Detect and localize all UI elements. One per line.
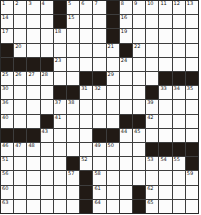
cell-r5c5[interactable]: 23 (54, 58, 66, 71)
cell-r11c5[interactable] (54, 143, 66, 156)
cell-r11c1[interactable]: 46 (1, 143, 13, 156)
black-cell-r14c11 (133, 186, 145, 199)
cell-r14c12[interactable]: 62 (146, 186, 158, 199)
cell-r9c3[interactable] (27, 115, 39, 128)
cell-r5c6[interactable] (67, 58, 79, 71)
cell-r1c1[interactable]: 1 (1, 1, 13, 14)
cell-r9c14[interactable] (173, 115, 185, 128)
crossword-grid: 1234567891011121314151617181920212223242… (0, 0, 199, 214)
clue-number-11: 11 (160, 1, 166, 6)
cell-r8c7[interactable] (80, 100, 92, 113)
cell-r1c3[interactable]: 3 (27, 1, 39, 14)
cell-r5c14[interactable] (173, 58, 185, 71)
clue-number-34: 34 (174, 86, 180, 91)
black-cell-r3c9 (107, 29, 119, 42)
clue-number-1: 1 (2, 1, 5, 6)
cell-r13c1[interactable]: 56 (1, 171, 13, 184)
cell-r12c12[interactable]: 53 (146, 157, 158, 170)
clue-number-45: 45 (134, 129, 140, 134)
clue-number-27: 27 (28, 72, 34, 77)
cell-r1c6[interactable]: 5 (67, 1, 79, 14)
clue-number-16: 16 (121, 15, 127, 20)
cell-r2c15[interactable] (186, 15, 198, 28)
cell-r14c9[interactable] (107, 186, 119, 199)
cell-r2c7[interactable] (80, 15, 92, 28)
cell-r2c8[interactable] (93, 15, 105, 28)
clue-number-6: 6 (81, 1, 84, 6)
cell-r12c14[interactable]: 55 (173, 157, 185, 170)
cell-r2c11[interactable] (133, 15, 145, 28)
cell-r10c10[interactable]: 44 (120, 129, 132, 142)
cell-r13c6[interactable]: 57 (67, 171, 79, 184)
black-cell-r6c15 (186, 72, 198, 85)
clue-number-24: 24 (121, 58, 127, 63)
cell-r6c6[interactable] (67, 72, 79, 85)
cell-r13c2[interactable] (14, 171, 26, 184)
cell-r5c10[interactable]: 24 (120, 58, 132, 71)
cell-r10c14[interactable] (173, 129, 185, 142)
clue-number-43: 43 (42, 129, 48, 134)
cell-r10c6[interactable] (67, 129, 79, 142)
cell-r12c5[interactable] (54, 157, 66, 170)
cell-r2c2[interactable] (14, 15, 26, 28)
black-cell-r5c4 (41, 58, 53, 71)
cell-r8c4[interactable] (41, 100, 53, 113)
cell-r4c3[interactable] (27, 44, 39, 57)
cell-r15c9[interactable] (107, 200, 119, 213)
cell-r1c14[interactable]: 12 (173, 1, 185, 14)
cell-r12c11[interactable] (133, 157, 145, 170)
cell-r12c3[interactable] (27, 157, 39, 170)
cell-r7c3[interactable] (27, 86, 39, 99)
cell-r13c10[interactable] (120, 171, 132, 184)
cell-r4c4[interactable] (41, 44, 53, 57)
clue-number-54: 54 (160, 157, 166, 162)
cell-r7c13[interactable]: 33 (159, 86, 171, 99)
clue-number-14: 14 (2, 15, 8, 20)
cell-r14c2[interactable] (14, 186, 26, 199)
cell-r1c13[interactable]: 11 (159, 1, 171, 14)
clue-number-3: 3 (28, 1, 31, 6)
black-cell-r12c15 (186, 157, 198, 170)
cell-r2c4[interactable] (41, 15, 53, 28)
cell-r8c10[interactable] (120, 100, 132, 113)
cell-r2c14[interactable] (173, 15, 185, 28)
cell-r3c8[interactable] (93, 29, 105, 42)
cell-r7c14[interactable]: 34 (173, 86, 185, 99)
cell-r4c12[interactable] (146, 44, 158, 57)
clue-number-4: 4 (42, 1, 45, 6)
cell-r15c2[interactable] (14, 200, 26, 213)
cell-r12c4[interactable] (41, 157, 53, 170)
cell-r3c6[interactable] (67, 29, 79, 42)
cell-r3c5[interactable]: 18 (54, 29, 66, 42)
cell-r9c8[interactable] (93, 115, 105, 128)
clue-number-17: 17 (2, 29, 8, 34)
cell-r15c14[interactable] (173, 200, 185, 213)
black-cell-r6c13 (159, 72, 171, 85)
cell-r7c10[interactable] (120, 86, 132, 99)
cell-r11c6[interactable] (67, 143, 79, 156)
cell-r13c4[interactable] (41, 171, 53, 184)
cell-r13c8[interactable]: 58 (93, 171, 105, 184)
black-cell-r11c12 (146, 143, 158, 156)
black-cell-r4c10 (120, 44, 132, 57)
crossword-screenshot: 1234567891011121314151617181920212223242… (0, 0, 201, 215)
clue-number-8: 8 (121, 1, 124, 6)
cell-r8c1[interactable]: 36 (1, 100, 13, 113)
black-cell-r6c14 (173, 72, 185, 85)
cell-r9c12[interactable]: 42 (146, 115, 158, 128)
clue-number-60: 60 (2, 186, 8, 191)
cell-r13c9[interactable] (107, 171, 119, 184)
cell-r15c10[interactable] (120, 200, 132, 213)
cell-r1c11[interactable]: 9 (133, 1, 145, 14)
cell-r14c3[interactable] (27, 186, 39, 199)
black-cell-r2c9 (107, 15, 119, 28)
cell-r9c7[interactable] (80, 115, 92, 128)
cell-r4c2[interactable]: 20 (14, 44, 26, 57)
cell-r10c12[interactable] (146, 129, 158, 142)
black-cell-r10c8 (93, 129, 105, 142)
cell-r8c3[interactable] (27, 100, 39, 113)
cell-r7c1[interactable]: 30 (1, 86, 13, 99)
cell-r7c7[interactable]: 31 (80, 86, 92, 99)
cell-r3c2[interactable] (14, 29, 26, 42)
clue-number-10: 10 (147, 1, 153, 6)
cell-r14c10[interactable] (120, 186, 132, 199)
cell-r12c1[interactable]: 51 (1, 157, 13, 170)
cell-r7c11[interactable] (133, 86, 145, 99)
cell-r12c2[interactable] (14, 157, 26, 170)
cell-r9c1[interactable]: 40 (1, 115, 13, 128)
clue-number-56: 56 (2, 171, 8, 176)
cell-r2c10[interactable]: 16 (120, 15, 132, 28)
clue-number-52: 52 (81, 157, 87, 162)
cell-r11c11[interactable] (133, 143, 145, 156)
cell-r13c14[interactable] (173, 171, 185, 184)
cell-r15c5[interactable] (54, 200, 66, 213)
cell-r5c13[interactable] (159, 58, 171, 71)
clue-number-57: 57 (68, 171, 74, 176)
cell-r15c8[interactable]: 64 (93, 200, 105, 213)
cell-r1c8[interactable]: 7 (93, 1, 105, 14)
cell-r13c5[interactable] (54, 171, 66, 184)
black-cell-r7c5 (54, 86, 66, 99)
clue-number-19: 19 (121, 29, 127, 34)
clue-number-39: 39 (147, 100, 153, 105)
clue-number-49: 49 (94, 143, 100, 148)
cell-r8c15[interactable] (186, 100, 198, 113)
clue-number-33: 33 (160, 86, 166, 91)
cell-r7c2[interactable] (14, 86, 26, 99)
cell-r13c15[interactable]: 59 (186, 171, 198, 184)
cell-r14c13[interactable] (159, 186, 171, 199)
cell-r15c13[interactable] (159, 200, 171, 213)
cell-r3c11[interactable] (133, 29, 145, 42)
cell-r2c13[interactable] (159, 15, 171, 28)
clue-number-15: 15 (68, 15, 74, 20)
cell-r14c5[interactable] (54, 186, 66, 199)
clue-number-28: 28 (42, 72, 48, 77)
black-cell-r11c13 (159, 143, 171, 156)
clue-number-31: 31 (81, 86, 87, 91)
cell-r8c11[interactable] (133, 100, 145, 113)
clue-number-59: 59 (187, 171, 193, 176)
cell-r8c9[interactable] (107, 100, 119, 113)
clue-number-7: 7 (94, 1, 97, 6)
clue-number-25: 25 (2, 72, 8, 77)
cell-r6c4[interactable]: 28 (41, 72, 53, 85)
cell-r7c4[interactable] (41, 86, 53, 99)
cell-r15c12[interactable]: 65 (146, 200, 158, 213)
cell-r3c14[interactable] (173, 29, 185, 42)
cell-r10c4[interactable]: 43 (41, 129, 53, 142)
cell-r5c15[interactable] (186, 58, 198, 71)
cell-r11c4[interactable] (41, 143, 53, 156)
clue-number-55: 55 (174, 157, 180, 162)
cell-r6c5[interactable] (54, 72, 66, 85)
clue-number-58: 58 (94, 171, 100, 176)
cell-r3c4[interactable] (41, 29, 53, 42)
black-cell-r1c9 (107, 1, 119, 14)
clue-number-29: 29 (108, 72, 114, 77)
cell-r14c15[interactable] (186, 186, 198, 199)
cell-r1c10[interactable]: 8 (120, 1, 132, 14)
cell-r3c3[interactable] (27, 29, 39, 42)
clue-number-32: 32 (94, 86, 100, 91)
black-cell-r6c8 (93, 72, 105, 85)
clue-number-50: 50 (108, 143, 114, 148)
cell-r5c12[interactable] (146, 58, 158, 71)
clue-number-22: 22 (134, 44, 140, 49)
black-cell-r10c1 (1, 129, 13, 142)
cell-r6c10[interactable] (120, 72, 132, 85)
cell-r6c9[interactable]: 29 (107, 72, 119, 85)
cell-r4c15[interactable] (186, 44, 198, 57)
clue-number-61: 61 (94, 186, 100, 191)
black-cell-r13c7 (80, 171, 92, 184)
clue-number-47: 47 (15, 143, 21, 148)
cell-r2c3[interactable] (27, 15, 39, 28)
clue-number-13: 13 (187, 1, 193, 6)
cell-r12c10[interactable] (120, 157, 132, 170)
cell-r13c11[interactable] (133, 171, 145, 184)
cell-r4c9[interactable]: 21 (107, 44, 119, 57)
clue-number-44: 44 (121, 129, 127, 134)
black-cell-r14c7 (80, 186, 92, 199)
cell-r5c7[interactable] (80, 58, 92, 71)
clue-number-26: 26 (15, 72, 21, 77)
cell-r15c4[interactable] (41, 200, 53, 213)
cell-r12c9[interactable] (107, 157, 119, 170)
cell-r7c8[interactable]: 32 (93, 86, 105, 99)
cell-r14c14[interactable] (173, 186, 185, 199)
black-cell-r11c14 (173, 143, 185, 156)
black-cell-r5c3 (27, 58, 39, 71)
clue-number-41: 41 (55, 115, 61, 120)
black-cell-r12c6 (67, 157, 79, 170)
cell-r15c3[interactable] (27, 200, 39, 213)
cell-r15c1[interactable]: 63 (1, 200, 13, 213)
cell-r6c11[interactable] (133, 72, 145, 85)
cell-r8c2[interactable] (14, 100, 26, 113)
black-cell-r7c6 (67, 86, 79, 99)
cell-r13c12[interactable] (146, 171, 158, 184)
clue-number-48: 48 (28, 143, 34, 148)
cell-r10c11[interactable]: 45 (133, 129, 145, 142)
cell-r4c13[interactable] (159, 44, 171, 57)
cell-r1c4[interactable]: 4 (41, 1, 53, 14)
black-cell-r2c5 (54, 15, 66, 28)
black-cell-r4c1 (1, 44, 13, 57)
clue-number-2: 2 (15, 1, 18, 6)
cell-r7c15[interactable]: 35 (186, 86, 198, 99)
cell-r8c6[interactable]: 38 (67, 100, 79, 113)
clue-number-46: 46 (2, 143, 8, 148)
clue-number-53: 53 (147, 157, 153, 162)
cell-r10c7[interactable] (80, 129, 92, 142)
clue-number-21: 21 (108, 44, 114, 49)
cell-r3c12[interactable] (146, 29, 158, 42)
clue-number-36: 36 (2, 100, 8, 105)
cell-r1c15[interactable]: 13 (186, 1, 198, 14)
black-cell-r6c7 (80, 72, 92, 85)
cell-r4c8[interactable] (93, 44, 105, 57)
cell-r2c6[interactable]: 15 (67, 15, 79, 28)
black-cell-r9c4 (41, 115, 53, 128)
cell-r9c15[interactable] (186, 115, 198, 128)
cell-r9c6[interactable] (67, 115, 79, 128)
clue-number-18: 18 (55, 29, 61, 34)
clue-number-42: 42 (147, 115, 153, 120)
cell-r9c2[interactable] (14, 115, 26, 128)
cell-r11c7[interactable] (80, 143, 92, 156)
cell-r8c12[interactable]: 39 (146, 100, 158, 113)
black-cell-r10c2 (14, 129, 26, 142)
black-cell-r1c5 (54, 1, 66, 14)
cell-r7c9[interactable] (107, 86, 119, 99)
clue-number-12: 12 (174, 1, 180, 6)
cell-r1c2[interactable]: 2 (14, 1, 26, 14)
cell-r12c7[interactable]: 52 (80, 157, 92, 170)
clue-number-51: 51 (2, 157, 8, 162)
clue-number-30: 30 (2, 86, 8, 91)
cell-r6c1[interactable]: 25 (1, 72, 13, 85)
cell-r4c6[interactable] (67, 44, 79, 57)
cell-r3c10[interactable]: 19 (120, 29, 132, 42)
clue-number-35: 35 (187, 86, 193, 91)
cell-r11c9[interactable]: 50 (107, 143, 119, 156)
black-cell-r15c11 (133, 200, 145, 213)
clue-number-40: 40 (2, 115, 8, 120)
cell-r2c1[interactable]: 14 (1, 15, 13, 28)
cell-r5c8[interactable] (93, 58, 105, 71)
cell-r14c1[interactable]: 60 (1, 186, 13, 199)
clue-number-65: 65 (147, 200, 153, 205)
cell-r14c8[interactable]: 61 (93, 186, 105, 199)
black-cell-r5c2 (14, 58, 26, 71)
cell-r4c14[interactable] (173, 44, 185, 57)
cell-r12c8[interactable] (93, 157, 105, 170)
cell-r2c12[interactable] (146, 15, 158, 28)
clue-number-63: 63 (2, 200, 8, 205)
cell-r3c7[interactable] (80, 29, 92, 42)
clue-number-23: 23 (55, 58, 61, 63)
clue-number-64: 64 (94, 200, 100, 205)
cell-r11c2[interactable]: 47 (14, 143, 26, 156)
black-cell-r15c7 (80, 200, 92, 213)
cell-r11c8[interactable]: 49 (93, 143, 105, 156)
cell-r6c3[interactable]: 27 (27, 72, 39, 85)
cell-r4c11[interactable]: 22 (133, 44, 145, 57)
cell-r10c15[interactable] (186, 129, 198, 142)
clue-number-20: 20 (15, 44, 21, 49)
black-cell-r11c15 (186, 143, 198, 156)
black-cell-r10c9 (107, 129, 119, 142)
cell-r5c11[interactable] (133, 58, 145, 71)
cell-r8c8[interactable] (93, 100, 105, 113)
clue-number-9: 9 (134, 1, 137, 6)
cell-r4c5[interactable] (54, 44, 66, 57)
cell-r4c7[interactable] (80, 44, 92, 57)
cell-r3c15[interactable] (186, 29, 198, 42)
cell-r13c3[interactable] (27, 171, 39, 184)
black-cell-r10c3 (27, 129, 39, 142)
cell-r6c12[interactable] (146, 72, 158, 85)
cell-r14c6[interactable] (67, 186, 79, 199)
cell-r8c14[interactable] (173, 100, 185, 113)
clue-number-38: 38 (68, 100, 74, 105)
cell-r9c9[interactable] (107, 115, 119, 128)
cell-r14c4[interactable] (41, 186, 53, 199)
cell-r12c13[interactable]: 54 (159, 157, 171, 170)
cell-r8c5[interactable]: 37 (54, 100, 66, 113)
cell-r15c6[interactable] (67, 200, 79, 213)
cell-r3c1[interactable]: 17 (1, 29, 13, 42)
black-cell-r7c12 (146, 86, 158, 99)
cell-r6c2[interactable]: 26 (14, 72, 26, 85)
cell-r1c7[interactable]: 6 (80, 1, 92, 14)
cell-r9c13[interactable] (159, 115, 171, 128)
cell-r11c3[interactable]: 48 (27, 143, 39, 156)
cell-r10c13[interactable] (159, 129, 171, 142)
cell-r1c12[interactable]: 10 (146, 1, 158, 14)
clue-number-62: 62 (147, 186, 153, 191)
cell-r10c5[interactable] (54, 129, 66, 142)
cell-r15c15[interactable] (186, 200, 198, 213)
cell-r3c13[interactable] (159, 29, 171, 42)
clue-number-37: 37 (55, 100, 61, 105)
cell-r5c9[interactable] (107, 58, 119, 71)
cell-r8c13[interactable] (159, 100, 171, 113)
black-cell-r5c1 (1, 58, 13, 71)
cell-r11c10[interactable] (120, 143, 132, 156)
black-cell-r9c11 (133, 115, 145, 128)
clue-number-5: 5 (68, 1, 71, 6)
cell-r13c13[interactable] (159, 171, 171, 184)
black-cell-r9c10 (120, 115, 132, 128)
cell-r9c5[interactable]: 41 (54, 115, 66, 128)
